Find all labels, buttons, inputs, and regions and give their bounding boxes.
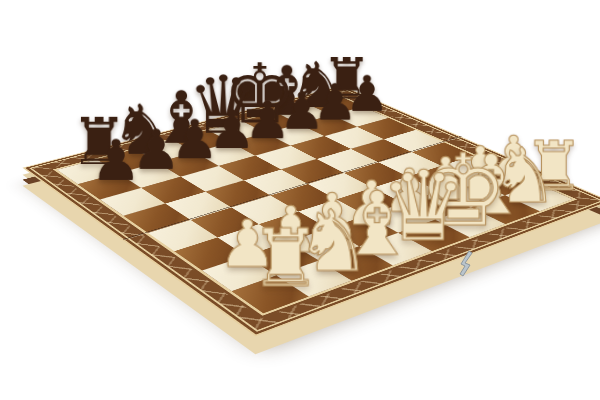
chess-set-photo: ♜♞♝♛♚♝♞♜♟♟♟♟♟♟♟♟♟♟♟♟♟♟♟♟♜♞♝♛♚♝♞♜	[0, 0, 600, 400]
piece-black-pawn-a7[interactable]: ♟	[91, 133, 137, 190]
ornamental-frame: ♜♞♝♛♚♝♞♜♟♟♟♟♟♟♟♟♟♟♟♟♟♟♟♟♜♞♝♛♚♝♞♜	[23, 86, 600, 337]
board-grid: ♜♞♝♛♚♝♞♜♟♟♟♟♟♟♟♟♟♟♟♟♟♟♟♟♜♞♝♛♚♝♞♜	[57, 96, 573, 313]
piece-white-rook-a1[interactable]: ♜	[250, 219, 305, 299]
latch-clasp-icon	[455, 249, 479, 279]
chess-board: ♜♞♝♛♚♝♞♜♟♟♟♟♟♟♟♟♟♟♟♟♟♟♟♟♜♞♝♛♚♝♞♜	[23, 86, 600, 337]
